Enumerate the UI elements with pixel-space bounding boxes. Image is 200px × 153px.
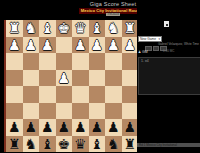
square-d8[interactable]: ♛	[72, 136, 89, 153]
square-a8[interactable]: ♜	[122, 136, 139, 153]
white-rook-icon: ♜	[123, 20, 136, 37]
square-c4[interactable]	[89, 70, 106, 87]
square-b4[interactable]	[105, 70, 122, 87]
square-e5[interactable]	[56, 86, 73, 103]
square-a3[interactable]	[122, 53, 139, 70]
square-d1[interactable]: ♛	[72, 20, 89, 37]
gm-label: ♟ GM	[138, 50, 148, 54]
square-f8[interactable]: ♝	[39, 136, 56, 153]
square-c3[interactable]	[89, 53, 106, 70]
square-h3[interactable]	[6, 53, 23, 70]
square-b2[interactable]: ♟	[105, 37, 122, 54]
square-e8[interactable]: ♚	[56, 136, 73, 153]
black-rook-icon: ♜	[123, 136, 136, 153]
square-f3[interactable]	[39, 53, 56, 70]
square-h7[interactable]: ♟	[6, 119, 23, 136]
square-g7[interactable]: ♟	[23, 119, 40, 136]
square-f5[interactable]	[39, 86, 56, 103]
white-knight-icon: ♞	[107, 20, 120, 37]
square-c6[interactable]	[89, 103, 106, 120]
square-h6[interactable]	[6, 103, 23, 120]
black-pawn-icon: ♟	[90, 119, 103, 136]
black-rook-icon: ♜	[8, 136, 21, 153]
square-h5[interactable]	[6, 86, 23, 103]
mini-button-2[interactable]	[153, 46, 160, 51]
square-b5[interactable]	[105, 86, 122, 103]
square-a6[interactable]	[122, 103, 139, 120]
square-c2[interactable]: ♟	[89, 37, 106, 54]
square-d3[interactable]	[72, 53, 89, 70]
square-b7[interactable]: ♟	[105, 119, 122, 136]
black-pawn-icon: ♟	[107, 119, 120, 136]
side-panel: New Game ▾ Gabriel Velazquez, White Time…	[137, 0, 200, 152]
square-c1[interactable]: ♝	[89, 20, 106, 37]
square-a7[interactable]: ♟	[122, 119, 139, 136]
black-pawn-icon: ♟	[8, 119, 21, 136]
chess-board[interactable]: ♜♞♝♚♛♝♞♜♟♟♟♟♟♟♟♟♟♟♟♟♟♟♟♟♜♞♝♚♛♝♞♜	[4, 20, 138, 152]
square-g5[interactable]	[23, 86, 40, 103]
square-h8[interactable]: ♜	[6, 136, 23, 153]
game-select-value: New Game	[140, 37, 156, 41]
black-pawn-icon: ♟	[41, 119, 54, 136]
black-bishop-icon: ♝	[90, 136, 103, 153]
square-d4[interactable]	[72, 70, 89, 87]
square-f7[interactable]: ♟	[39, 119, 56, 136]
square-g1[interactable]: ♞	[23, 20, 40, 37]
black-queen-icon: ♛	[74, 136, 87, 153]
chevron-down-icon: ▾	[158, 37, 160, 41]
black-pawn-icon: ♟	[74, 119, 87, 136]
square-e3[interactable]	[56, 53, 73, 70]
square-d7[interactable]: ♟	[72, 119, 89, 136]
white-queen-icon: ♛	[74, 20, 87, 37]
square-d6[interactable]	[72, 103, 89, 120]
move-list[interactable]: 1. e4	[138, 57, 200, 95]
square-a4[interactable]	[122, 70, 139, 87]
white-king-icon: ♚	[57, 20, 70, 37]
square-e4[interactable]: ♟	[56, 70, 73, 87]
white-pawn-icon: ♟	[8, 37, 21, 54]
square-e7[interactable]: ♟	[56, 119, 73, 136]
app-window: Giga Score Sheet Mexico City Invitationa…	[0, 0, 200, 152]
square-f1[interactable]: ♝	[39, 20, 56, 37]
square-f4[interactable]	[39, 70, 56, 87]
piece-thumbnail-icon[interactable]	[164, 21, 169, 27]
black-king-icon: ♚	[57, 136, 70, 153]
white-pawn-icon: ♟	[123, 37, 136, 54]
square-b8[interactable]: ♞	[105, 136, 122, 153]
white-pawn-icon: ♟	[41, 37, 54, 54]
square-a5[interactable]	[122, 86, 139, 103]
square-g3[interactable]	[23, 53, 40, 70]
white-rook-icon: ♜	[8, 20, 21, 37]
square-a2[interactable]: ♟	[122, 37, 139, 54]
black-pawn-icon: ♟	[123, 119, 136, 136]
white-knight-icon: ♞	[24, 20, 37, 37]
square-c7[interactable]: ♟	[89, 119, 106, 136]
square-g6[interactable]	[23, 103, 40, 120]
black-knight-icon: ♞	[24, 136, 37, 153]
white-bishop-icon: ♝	[41, 20, 54, 37]
square-f6[interactable]	[39, 103, 56, 120]
square-c8[interactable]: ♝	[89, 136, 106, 153]
square-a1[interactable]: ♜	[122, 20, 139, 37]
square-h1[interactable]: ♜	[6, 20, 23, 37]
square-f2[interactable]: ♟	[39, 37, 56, 54]
white-pawn-icon: ♟	[90, 37, 103, 54]
time-info-line: 0:00 MC	[163, 49, 174, 53]
date-chip[interactable]: 7/8/2024	[106, 13, 121, 17]
square-d5[interactable]	[72, 86, 89, 103]
square-e6[interactable]	[56, 103, 73, 120]
black-pawn-icon: ♟	[57, 119, 70, 136]
square-g8[interactable]: ♞	[23, 136, 40, 153]
black-pawn-icon: ♟	[24, 119, 37, 136]
square-h4[interactable]	[6, 70, 23, 87]
white-bishop-icon: ♝	[90, 20, 103, 37]
square-b6[interactable]	[105, 103, 122, 120]
white-pawn-icon: ♟	[74, 37, 87, 54]
status-bar: Rd 1 Mexico City Invitational	[137, 143, 200, 147]
white-pawn-icon: ♟	[24, 37, 37, 54]
square-c5[interactable]	[89, 86, 106, 103]
square-e2[interactable]	[56, 37, 73, 54]
white-pawn-icon: ♟	[57, 70, 70, 87]
black-bishop-icon: ♝	[41, 136, 54, 153]
square-d2[interactable]: ♟	[72, 37, 89, 54]
square-g2[interactable]: ♟	[23, 37, 40, 54]
square-h2[interactable]: ♟	[6, 37, 23, 54]
square-g4[interactable]	[23, 70, 40, 87]
square-e1[interactable]: ♚	[56, 20, 73, 37]
square-b3[interactable]	[105, 53, 122, 70]
square-b1[interactable]: ♞	[105, 20, 122, 37]
white-pawn-icon: ♟	[107, 37, 120, 54]
black-knight-icon: ♞	[107, 136, 120, 153]
